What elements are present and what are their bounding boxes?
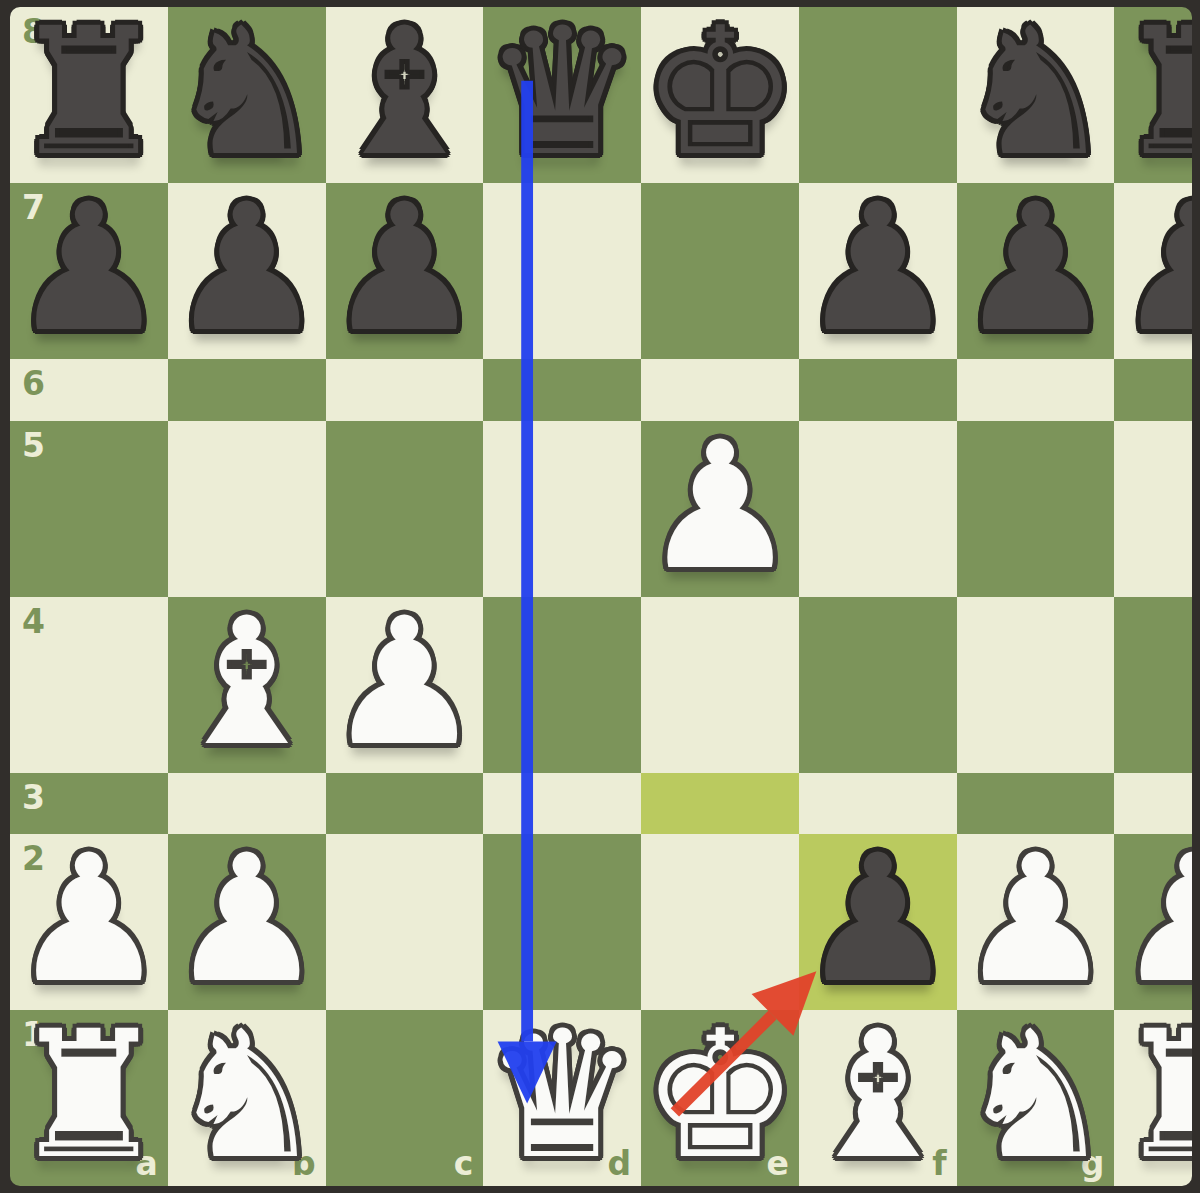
piece-white-bishop[interactable]: ♝	[799, 1008, 957, 1184]
piece-black-rook[interactable]: ♜	[10, 7, 168, 181]
square-f6[interactable]	[799, 359, 957, 421]
square-g7[interactable]: ♟	[957, 183, 1115, 359]
square-f8[interactable]	[799, 7, 957, 183]
piece-black-king[interactable]: ♚	[641, 7, 799, 181]
piece-black-pawn[interactable]: ♟	[957, 181, 1115, 357]
piece-black-pawn[interactable]: ♟	[1114, 181, 1192, 357]
square-h4[interactable]	[1114, 597, 1192, 773]
square-a5[interactable]: 5	[10, 421, 168, 597]
square-c7[interactable]: ♟	[326, 183, 484, 359]
square-e4[interactable]	[641, 597, 799, 773]
square-c1[interactable]: c	[326, 1010, 484, 1186]
square-b2[interactable]: ♟	[168, 834, 326, 1010]
square-b7[interactable]: ♟	[168, 183, 326, 359]
piece-black-pawn[interactable]: ♟	[168, 181, 326, 357]
square-g8[interactable]: ♞	[957, 7, 1115, 183]
square-f7[interactable]: ♟	[799, 183, 957, 359]
square-f2[interactable]: ♟	[799, 834, 957, 1010]
piece-white-pawn[interactable]: ♟	[10, 832, 168, 1008]
square-e3[interactable]	[641, 773, 799, 835]
piece-black-queen[interactable]: ♛	[483, 7, 641, 181]
square-a2[interactable]: 2♟	[10, 834, 168, 1010]
square-g6[interactable]	[957, 359, 1115, 421]
square-c4[interactable]: ♟	[326, 597, 484, 773]
piece-black-rook[interactable]: ♜	[1114, 7, 1192, 181]
square-h8[interactable]: ♜	[1114, 7, 1192, 183]
square-e1[interactable]: e♚	[641, 1010, 799, 1186]
square-d6[interactable]	[483, 359, 641, 421]
piece-white-pawn[interactable]: ♟	[1114, 832, 1192, 1008]
square-f1[interactable]: f♝	[799, 1010, 957, 1186]
square-c2[interactable]	[326, 834, 484, 1010]
square-e7[interactable]	[641, 183, 799, 359]
square-g5[interactable]	[957, 421, 1115, 597]
square-h1[interactable]: h♜	[1114, 1010, 1192, 1186]
piece-black-knight[interactable]: ♞	[168, 7, 326, 181]
square-c6[interactable]	[326, 359, 484, 421]
piece-white-pawn[interactable]: ♟	[957, 832, 1115, 1008]
square-g2[interactable]: ♟	[957, 834, 1115, 1010]
square-a8[interactable]: 8♜	[10, 7, 168, 183]
piece-white-pawn[interactable]: ♟	[326, 595, 484, 771]
piece-black-bishop[interactable]: ♝	[326, 7, 484, 181]
piece-white-king[interactable]: ♚	[641, 1008, 799, 1184]
rank-label-5: 5	[22, 429, 45, 462]
square-b8[interactable]: ♞	[168, 7, 326, 183]
square-b5[interactable]	[168, 421, 326, 597]
square-h5[interactable]	[1114, 421, 1192, 597]
piece-black-pawn[interactable]: ♟	[799, 832, 957, 1008]
square-h7[interactable]: ♟	[1114, 183, 1192, 359]
piece-white-knight[interactable]: ♞	[168, 1008, 326, 1184]
chess-board-frame: 8♜♞♝♛♚♞♜7♟♟♟♟♟♟65♟4♝♟32♟♟♟♟♟1a♜b♞cd♛e♚f♝…	[0, 0, 1200, 1193]
square-d1[interactable]: d♛	[483, 1010, 641, 1186]
square-h6[interactable]	[1114, 359, 1192, 421]
piece-white-rook[interactable]: ♜	[10, 1008, 168, 1184]
square-d5[interactable]	[483, 421, 641, 597]
square-a6[interactable]: 6	[10, 359, 168, 421]
square-e8[interactable]: ♚	[641, 7, 799, 183]
square-g1[interactable]: g♞	[957, 1010, 1115, 1186]
piece-white-pawn[interactable]: ♟	[641, 419, 799, 595]
square-a1[interactable]: 1a♜	[10, 1010, 168, 1186]
square-e2[interactable]	[641, 834, 799, 1010]
piece-white-pawn[interactable]: ♟	[168, 832, 326, 1008]
square-d4[interactable]	[483, 597, 641, 773]
piece-black-pawn[interactable]: ♟	[799, 181, 957, 357]
square-d8[interactable]: ♛	[483, 7, 641, 183]
square-d7[interactable]	[483, 183, 641, 359]
square-c3[interactable]	[326, 773, 484, 835]
square-b4[interactable]: ♝	[168, 597, 326, 773]
square-f4[interactable]	[799, 597, 957, 773]
square-b1[interactable]: b♞	[168, 1010, 326, 1186]
square-c8[interactable]: ♝	[326, 7, 484, 183]
piece-black-knight[interactable]: ♞	[957, 7, 1115, 181]
square-d2[interactable]	[483, 834, 641, 1010]
rank-label-6: 6	[22, 367, 45, 400]
rank-label-4: 4	[22, 605, 45, 638]
chess-board: 8♜♞♝♛♚♞♜7♟♟♟♟♟♟65♟4♝♟32♟♟♟♟♟1a♜b♞cd♛e♚f♝…	[10, 7, 1192, 1186]
piece-white-rook[interactable]: ♜	[1114, 1008, 1192, 1184]
piece-black-pawn[interactable]: ♟	[10, 181, 168, 357]
rank-label-3: 3	[22, 781, 45, 814]
square-g4[interactable]	[957, 597, 1115, 773]
square-f5[interactable]	[799, 421, 957, 597]
square-e5[interactable]: ♟	[641, 421, 799, 597]
square-h2[interactable]: ♟	[1114, 834, 1192, 1010]
square-a4[interactable]: 4	[10, 597, 168, 773]
square-a7[interactable]: 7♟	[10, 183, 168, 359]
file-label-c: c	[454, 1147, 474, 1180]
piece-white-knight[interactable]: ♞	[957, 1008, 1115, 1184]
square-b6[interactable]	[168, 359, 326, 421]
square-c5[interactable]	[326, 421, 484, 597]
piece-black-pawn[interactable]: ♟	[326, 181, 484, 357]
square-d3[interactable]	[483, 773, 641, 835]
piece-white-queen[interactable]: ♛	[483, 1008, 641, 1184]
piece-white-bishop[interactable]: ♝	[168, 595, 326, 771]
